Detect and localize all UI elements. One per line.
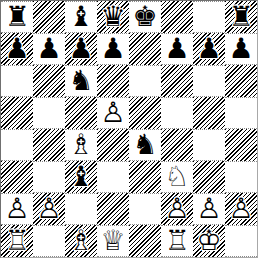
square-a7[interactable]: ♟ — [1, 33, 33, 65]
square-e4[interactable]: ♞ — [129, 129, 161, 161]
square-g3[interactable] — [193, 161, 225, 193]
square-a4[interactable] — [1, 129, 33, 161]
square-g2[interactable]: ♟♙ — [193, 193, 225, 225]
piece-glyph: ♚ — [129, 1, 161, 33]
square-b4[interactable] — [33, 129, 65, 161]
square-g4[interactable] — [193, 129, 225, 161]
piece-white-king: ♚♔ — [193, 225, 225, 257]
square-e7[interactable] — [129, 33, 161, 65]
square-h2[interactable]: ♟♙ — [225, 193, 257, 225]
square-e1[interactable] — [129, 225, 161, 257]
piece-glyph: ♟ — [1, 33, 33, 65]
square-f5[interactable] — [161, 97, 193, 129]
piece-black-knight: ♞ — [65, 65, 97, 97]
piece-glyph: ♗ — [65, 225, 97, 257]
square-c7[interactable]: ♟ — [65, 33, 97, 65]
square-c5[interactable] — [65, 97, 97, 129]
piece-black-pawn: ♟ — [97, 33, 129, 65]
square-a1[interactable]: ♜♖ — [1, 225, 33, 257]
piece-glyph: ♞ — [65, 65, 97, 97]
piece-white-pawn: ♟♙ — [97, 97, 129, 129]
square-b2[interactable]: ♟♙ — [33, 193, 65, 225]
piece-glyph: ♔ — [193, 225, 225, 257]
square-c3[interactable]: ♝ — [65, 161, 97, 193]
piece-black-king: ♚ — [129, 1, 161, 33]
square-a6[interactable] — [1, 65, 33, 97]
piece-black-pawn: ♟ — [33, 33, 65, 65]
piece-black-queen: ♛ — [97, 1, 129, 33]
piece-white-pawn: ♟♙ — [33, 193, 65, 225]
square-e3[interactable] — [129, 161, 161, 193]
piece-white-rook: ♜♖ — [161, 225, 193, 257]
piece-glyph: ♙ — [161, 193, 193, 225]
piece-black-pawn: ♟ — [161, 33, 193, 65]
square-h6[interactable] — [225, 65, 257, 97]
piece-black-bishop: ♝ — [65, 161, 97, 193]
piece-black-knight: ♞ — [129, 129, 161, 161]
square-h3[interactable] — [225, 161, 257, 193]
piece-white-pawn: ♟♙ — [225, 193, 257, 225]
square-b7[interactable]: ♟ — [33, 33, 65, 65]
square-f2[interactable]: ♟♙ — [161, 193, 193, 225]
chess-board: ♜♝♛♚♜♟♟♟♟♟♟♟♞♟♙♝♗♞♝♞♘♟♙♟♙♟♙♟♙♟♙♜♖♝♗♛♕♜♖♚… — [0, 0, 258, 258]
square-e8[interactable]: ♚ — [129, 1, 161, 33]
piece-glyph: ♖ — [161, 225, 193, 257]
square-c1[interactable]: ♝♗ — [65, 225, 97, 257]
piece-glyph: ♛ — [97, 1, 129, 33]
square-d3[interactable] — [97, 161, 129, 193]
piece-glyph: ♟ — [225, 33, 257, 65]
square-c4[interactable]: ♝♗ — [65, 129, 97, 161]
piece-glyph: ♟ — [161, 33, 193, 65]
square-d8[interactable]: ♛ — [97, 1, 129, 33]
square-b5[interactable] — [33, 97, 65, 129]
piece-black-pawn: ♟ — [193, 33, 225, 65]
square-f4[interactable] — [161, 129, 193, 161]
square-c6[interactable]: ♞ — [65, 65, 97, 97]
square-b8[interactable] — [33, 1, 65, 33]
square-h4[interactable] — [225, 129, 257, 161]
square-a8[interactable]: ♜ — [1, 1, 33, 33]
piece-glyph: ♗ — [65, 129, 97, 161]
square-f3[interactable]: ♞♘ — [161, 161, 193, 193]
square-f7[interactable]: ♟ — [161, 33, 193, 65]
piece-black-pawn: ♟ — [65, 33, 97, 65]
piece-white-pawn: ♟♙ — [193, 193, 225, 225]
square-g8[interactable] — [193, 1, 225, 33]
square-b6[interactable] — [33, 65, 65, 97]
square-d4[interactable] — [97, 129, 129, 161]
square-g5[interactable] — [193, 97, 225, 129]
square-d7[interactable]: ♟ — [97, 33, 129, 65]
square-d2[interactable] — [97, 193, 129, 225]
square-h5[interactable] — [225, 97, 257, 129]
square-f8[interactable] — [161, 1, 193, 33]
piece-glyph: ♙ — [1, 193, 33, 225]
piece-white-knight: ♞♘ — [161, 161, 193, 193]
piece-white-bishop: ♝♗ — [65, 225, 97, 257]
square-e2[interactable] — [129, 193, 161, 225]
square-b3[interactable] — [33, 161, 65, 193]
piece-white-pawn: ♟♙ — [1, 193, 33, 225]
piece-glyph: ♘ — [161, 161, 193, 193]
square-h1[interactable] — [225, 225, 257, 257]
square-b1[interactable] — [33, 225, 65, 257]
square-c8[interactable]: ♝ — [65, 1, 97, 33]
square-g7[interactable]: ♟ — [193, 33, 225, 65]
piece-black-rook: ♜ — [225, 1, 257, 33]
piece-black-pawn: ♟ — [1, 33, 33, 65]
piece-black-bishop: ♝ — [65, 1, 97, 33]
piece-glyph: ♝ — [65, 161, 97, 193]
square-d1[interactable]: ♛♕ — [97, 225, 129, 257]
square-f1[interactable]: ♜♖ — [161, 225, 193, 257]
piece-white-bishop: ♝♗ — [65, 129, 97, 161]
square-h8[interactable]: ♜ — [225, 1, 257, 33]
piece-glyph: ♙ — [193, 193, 225, 225]
piece-glyph: ♙ — [33, 193, 65, 225]
square-f6[interactable] — [161, 65, 193, 97]
square-a3[interactable] — [1, 161, 33, 193]
piece-black-rook: ♜ — [1, 1, 33, 33]
square-g6[interactable] — [193, 65, 225, 97]
square-e6[interactable] — [129, 65, 161, 97]
piece-glyph: ♕ — [97, 225, 129, 257]
square-a2[interactable]: ♟♙ — [1, 193, 33, 225]
piece-glyph: ♜ — [225, 1, 257, 33]
piece-glyph: ♜ — [1, 1, 33, 33]
piece-glyph: ♟ — [193, 33, 225, 65]
square-e5[interactable] — [129, 97, 161, 129]
piece-glyph: ♟ — [65, 33, 97, 65]
piece-glyph: ♟ — [97, 33, 129, 65]
piece-glyph: ♝ — [65, 1, 97, 33]
piece-glyph: ♙ — [225, 193, 257, 225]
piece-black-pawn: ♟ — [225, 33, 257, 65]
square-a5[interactable] — [1, 97, 33, 129]
square-c2[interactable] — [65, 193, 97, 225]
piece-glyph: ♙ — [97, 97, 129, 129]
square-g1[interactable]: ♚♔ — [193, 225, 225, 257]
piece-glyph: ♞ — [129, 129, 161, 161]
piece-glyph: ♟ — [33, 33, 65, 65]
square-h7[interactable]: ♟ — [225, 33, 257, 65]
piece-white-queen: ♛♕ — [97, 225, 129, 257]
square-d5[interactable]: ♟♙ — [97, 97, 129, 129]
piece-white-pawn: ♟♙ — [161, 193, 193, 225]
square-d6[interactable] — [97, 65, 129, 97]
piece-glyph: ♖ — [1, 225, 33, 257]
piece-white-rook: ♜♖ — [1, 225, 33, 257]
